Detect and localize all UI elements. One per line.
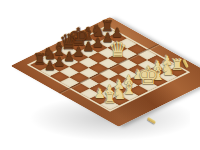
product-photo: ♜♞♝♛♚♝♞♜♟♟♟♟♟♟♟♟♛♟♟♟♟♟♟♟♟♜♞♝♚♝♞♜ [0, 0, 200, 150]
